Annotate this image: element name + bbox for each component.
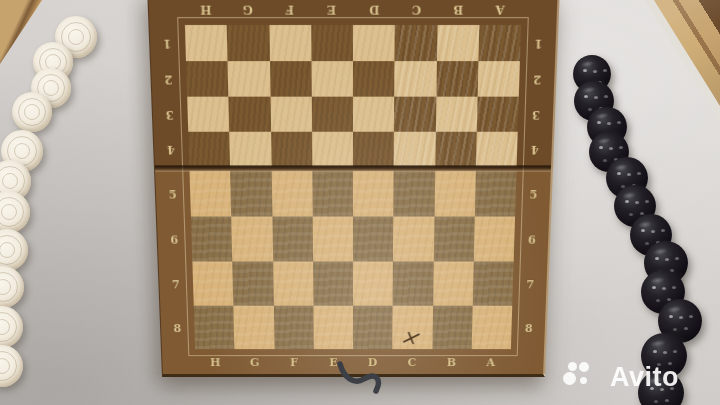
square-a5[interactable] <box>475 171 517 217</box>
square-b8[interactable] <box>432 306 472 349</box>
square-f8[interactable] <box>273 306 313 349</box>
left-number-6: 6 <box>170 232 178 246</box>
square-d7[interactable] <box>353 261 393 305</box>
top-letter-B: B <box>453 2 463 17</box>
bottom-letter-F: F <box>290 356 298 369</box>
black-checker-piece[interactable] <box>638 370 684 405</box>
board-grid <box>185 25 521 349</box>
square-a2[interactable] <box>477 61 520 97</box>
board-hinge-seam <box>155 165 551 171</box>
square-d1[interactable] <box>353 25 395 61</box>
square-e6[interactable] <box>312 217 353 262</box>
bottom-letter-C: C <box>408 356 417 369</box>
square-b2[interactable] <box>436 61 478 97</box>
square-f7[interactable] <box>273 261 314 305</box>
square-c4[interactable] <box>394 132 435 167</box>
chess-board[interactable]: HGFEDCBAHGFEDCBA1234567812345678 <box>147 0 560 377</box>
square-d8[interactable] <box>353 306 393 349</box>
floor-wood-planks <box>633 0 720 135</box>
avito-logo-dot <box>580 377 587 384</box>
square-f2[interactable] <box>269 61 311 97</box>
square-b4[interactable] <box>435 132 477 167</box>
top-letter-E: E <box>327 2 336 17</box>
square-e3[interactable] <box>312 97 353 132</box>
square-e4[interactable] <box>312 132 353 167</box>
square-h2[interactable] <box>186 61 229 97</box>
bottom-letter-G: G <box>250 356 260 369</box>
square-h4[interactable] <box>188 132 230 167</box>
square-c5[interactable] <box>393 171 434 217</box>
square-c1[interactable] <box>395 25 437 61</box>
square-a6[interactable] <box>473 217 515 262</box>
square-b6[interactable] <box>433 217 474 262</box>
square-e2[interactable] <box>311 61 353 97</box>
bottom-letter-A: A <box>486 356 495 369</box>
square-c2[interactable] <box>394 61 436 97</box>
avito-logo-dot <box>579 362 589 372</box>
left-number-3: 3 <box>166 107 175 121</box>
square-f4[interactable] <box>271 132 312 167</box>
square-a8[interactable] <box>471 306 512 349</box>
right-number-5: 5 <box>529 187 537 201</box>
square-f1[interactable] <box>269 25 311 61</box>
left-number-8: 8 <box>173 321 181 334</box>
right-number-3: 3 <box>532 107 541 121</box>
white-checker-piece[interactable] <box>0 229 28 271</box>
square-e1[interactable] <box>311 25 353 61</box>
left-number-1: 1 <box>163 36 172 51</box>
top-letter-H: H <box>200 2 212 17</box>
square-d6[interactable] <box>353 217 394 262</box>
left-number-7: 7 <box>172 277 180 290</box>
avito-logo-dot <box>568 362 577 371</box>
square-g6[interactable] <box>231 217 272 262</box>
square-e8[interactable] <box>313 306 353 349</box>
left-number-5: 5 <box>168 187 176 201</box>
square-g2[interactable] <box>228 61 270 97</box>
square-b3[interactable] <box>435 97 477 132</box>
bottom-letter-B: B <box>447 356 457 369</box>
right-number-2: 2 <box>533 72 542 86</box>
square-f6[interactable] <box>272 217 313 262</box>
top-letter-F: F <box>285 2 294 17</box>
top-letter-C: C <box>411 2 421 17</box>
square-e7[interactable] <box>313 261 353 305</box>
white-checker-piece[interactable] <box>0 191 30 233</box>
right-number-7: 7 <box>526 277 534 290</box>
square-g7[interactable] <box>233 261 274 305</box>
top-letter-D: D <box>369 2 379 17</box>
white-checker-piece[interactable] <box>12 92 52 132</box>
bottom-letter-H: H <box>210 356 221 369</box>
right-number-1: 1 <box>534 36 543 51</box>
white-checker-piece[interactable] <box>0 306 23 348</box>
top-letter-G: G <box>242 2 252 17</box>
square-c7[interactable] <box>393 261 434 305</box>
photo-scene: HGFEDCBAHGFEDCBA1234567812345678 Avito <box>0 0 720 405</box>
square-e5[interactable] <box>312 171 353 217</box>
right-number-4: 4 <box>531 142 539 156</box>
left-number-2: 2 <box>164 72 173 86</box>
square-d4[interactable] <box>353 132 394 167</box>
square-b7[interactable] <box>433 261 474 305</box>
square-b1[interactable] <box>436 25 479 61</box>
square-f3[interactable] <box>270 97 312 132</box>
white-checker-piece[interactable] <box>0 266 24 308</box>
square-d3[interactable] <box>353 97 394 132</box>
square-g1[interactable] <box>227 25 270 61</box>
square-h6[interactable] <box>191 217 233 262</box>
square-h5[interactable] <box>189 171 231 217</box>
avito-logo-dot <box>563 372 576 385</box>
square-g8[interactable] <box>234 306 275 349</box>
square-g4[interactable] <box>229 132 271 167</box>
square-a4[interactable] <box>476 132 518 167</box>
square-a3[interactable] <box>477 97 519 132</box>
square-h3[interactable] <box>187 97 229 132</box>
right-number-6: 6 <box>528 232 536 246</box>
square-a7[interactable] <box>472 261 513 305</box>
square-h7[interactable] <box>192 261 233 305</box>
square-b5[interactable] <box>434 171 476 217</box>
top-letter-A: A <box>496 2 506 17</box>
square-a1[interactable] <box>478 25 521 61</box>
left-number-4: 4 <box>167 142 175 156</box>
square-c8[interactable] <box>392 306 432 349</box>
square-g5[interactable] <box>230 171 272 217</box>
square-h1[interactable] <box>185 25 228 61</box>
right-number-8: 8 <box>525 321 533 334</box>
board-tie-string <box>330 358 390 404</box>
square-d2[interactable] <box>353 61 395 97</box>
square-c6[interactable] <box>393 217 434 262</box>
square-f5[interactable] <box>271 171 312 217</box>
square-g3[interactable] <box>229 97 271 132</box>
avito-watermark: Avito <box>550 355 720 405</box>
white-checker-piece[interactable] <box>0 345 23 387</box>
square-h8[interactable] <box>194 306 235 349</box>
square-c3[interactable] <box>394 97 436 132</box>
square-d5[interactable] <box>353 171 394 217</box>
